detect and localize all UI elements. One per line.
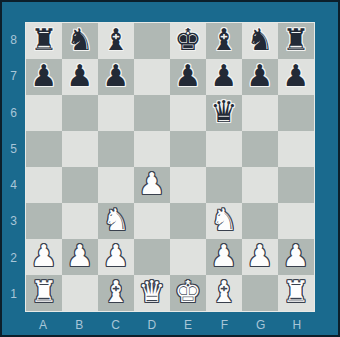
file-labels: ABCDEFGH <box>25 315 315 335</box>
square-h3[interactable] <box>278 203 314 239</box>
square-g2[interactable]: ♟ <box>242 239 278 275</box>
file-label-b: B <box>61 315 97 335</box>
square-a3[interactable] <box>26 203 62 239</box>
square-e4[interactable] <box>170 167 206 203</box>
rank-label-5: 5 <box>2 131 25 167</box>
square-h8[interactable]: ♜ <box>278 23 314 59</box>
square-f6[interactable]: ♛ <box>206 95 242 131</box>
square-g5[interactable] <box>242 131 278 167</box>
piece-black-pawn[interactable]: ♟ <box>283 61 310 91</box>
square-h5[interactable] <box>278 131 314 167</box>
square-b5[interactable] <box>62 131 98 167</box>
square-f4[interactable] <box>206 167 242 203</box>
rank-label-7: 7 <box>2 58 25 94</box>
square-b7[interactable]: ♟ <box>62 59 98 95</box>
piece-black-pawn[interactable]: ♟ <box>103 61 130 91</box>
square-a2[interactable]: ♟ <box>26 239 62 275</box>
rank-label-8: 8 <box>2 22 25 58</box>
file-label-d: D <box>134 315 170 335</box>
square-a6[interactable] <box>26 95 62 131</box>
square-h7[interactable]: ♟ <box>278 59 314 95</box>
piece-white-pawn[interactable]: ♟ <box>283 241 310 271</box>
square-a8[interactable]: ♜ <box>26 23 62 59</box>
rank-label-3: 3 <box>2 203 25 239</box>
square-a4[interactable] <box>26 167 62 203</box>
square-b3[interactable] <box>62 203 98 239</box>
square-a5[interactable] <box>26 131 62 167</box>
piece-white-bishop[interactable]: ♝ <box>103 277 130 307</box>
square-e8[interactable]: ♚ <box>170 23 206 59</box>
piece-black-rook[interactable]: ♜ <box>283 25 310 55</box>
square-b1[interactable] <box>62 275 98 311</box>
square-c5[interactable] <box>98 131 134 167</box>
square-g3[interactable] <box>242 203 278 239</box>
square-d2[interactable] <box>134 239 170 275</box>
square-f2[interactable]: ♟ <box>206 239 242 275</box>
square-d6[interactable] <box>134 95 170 131</box>
piece-black-pawn[interactable]: ♟ <box>67 61 94 91</box>
file-label-a: A <box>25 315 61 335</box>
square-e6[interactable] <box>170 95 206 131</box>
square-d1[interactable]: ♛ <box>134 275 170 311</box>
piece-white-king[interactable]: ♚ <box>175 277 202 307</box>
square-e7[interactable]: ♟ <box>170 59 206 95</box>
square-d3[interactable] <box>134 203 170 239</box>
file-label-e: E <box>170 315 206 335</box>
square-a1[interactable]: ♜ <box>26 275 62 311</box>
rank-label-1: 1 <box>2 276 25 312</box>
square-b8[interactable]: ♞ <box>62 23 98 59</box>
square-c7[interactable]: ♟ <box>98 59 134 95</box>
square-f8[interactable]: ♝ <box>206 23 242 59</box>
chess-app-window: 87654321 ♜♞♝♚♝♞♜♟♟♟♟♟♟♟♛♟♞♞♟♟♟♟♟♟♜♝♛♚♝♜ … <box>0 0 340 337</box>
square-h6[interactable] <box>278 95 314 131</box>
piece-black-pawn[interactable]: ♟ <box>175 61 202 91</box>
rank-labels: 87654321 <box>2 22 25 312</box>
square-f5[interactable] <box>206 131 242 167</box>
piece-white-rook[interactable]: ♜ <box>31 277 58 307</box>
piece-white-pawn[interactable]: ♟ <box>247 241 274 271</box>
square-b2[interactable]: ♟ <box>62 239 98 275</box>
square-e5[interactable] <box>170 131 206 167</box>
square-e1[interactable]: ♚ <box>170 275 206 311</box>
piece-white-pawn[interactable]: ♟ <box>139 169 166 199</box>
square-g7[interactable]: ♟ <box>242 59 278 95</box>
piece-black-pawn[interactable]: ♟ <box>247 61 274 91</box>
square-g4[interactable] <box>242 167 278 203</box>
piece-white-knight[interactable]: ♞ <box>211 205 238 235</box>
square-c2[interactable]: ♟ <box>98 239 134 275</box>
chess-board: ♜♞♝♚♝♞♜♟♟♟♟♟♟♟♛♟♞♞♟♟♟♟♟♟♜♝♛♚♝♜ <box>25 22 315 312</box>
square-b4[interactable] <box>62 167 98 203</box>
square-e2[interactable] <box>170 239 206 275</box>
piece-black-queen[interactable]: ♛ <box>211 97 238 127</box>
square-d4[interactable]: ♟ <box>134 167 170 203</box>
square-c8[interactable]: ♝ <box>98 23 134 59</box>
piece-white-pawn[interactable]: ♟ <box>103 241 130 271</box>
file-label-g: G <box>243 315 279 335</box>
piece-white-pawn[interactable]: ♟ <box>211 241 238 271</box>
square-e3[interactable] <box>170 203 206 239</box>
piece-white-pawn[interactable]: ♟ <box>31 241 58 271</box>
square-h4[interactable] <box>278 167 314 203</box>
file-label-f: F <box>206 315 242 335</box>
square-d8[interactable] <box>134 23 170 59</box>
piece-black-king[interactable]: ♚ <box>175 25 202 55</box>
piece-white-pawn[interactable]: ♟ <box>67 241 94 271</box>
square-g1[interactable] <box>242 275 278 311</box>
square-b6[interactable] <box>62 95 98 131</box>
square-f7[interactable]: ♟ <box>206 59 242 95</box>
square-a7[interactable]: ♟ <box>26 59 62 95</box>
file-label-h: H <box>279 315 315 335</box>
piece-black-knight[interactable]: ♞ <box>67 25 94 55</box>
square-c4[interactable] <box>98 167 134 203</box>
square-h1[interactable]: ♜ <box>278 275 314 311</box>
file-label-c: C <box>98 315 134 335</box>
piece-white-bishop[interactable]: ♝ <box>211 277 238 307</box>
piece-white-rook[interactable]: ♜ <box>283 277 310 307</box>
piece-black-bishop[interactable]: ♝ <box>211 25 238 55</box>
square-g6[interactable] <box>242 95 278 131</box>
piece-black-knight[interactable]: ♞ <box>247 25 274 55</box>
rank-label-4: 4 <box>2 167 25 203</box>
square-h2[interactable]: ♟ <box>278 239 314 275</box>
square-c1[interactable]: ♝ <box>98 275 134 311</box>
piece-black-rook[interactable]: ♜ <box>31 25 58 55</box>
square-g8[interactable]: ♞ <box>242 23 278 59</box>
square-d5[interactable] <box>134 131 170 167</box>
piece-white-knight[interactable]: ♞ <box>103 205 130 235</box>
piece-white-queen[interactable]: ♛ <box>139 277 166 307</box>
piece-black-pawn[interactable]: ♟ <box>31 61 58 91</box>
square-c3[interactable]: ♞ <box>98 203 134 239</box>
square-f3[interactable]: ♞ <box>206 203 242 239</box>
rank-label-2: 2 <box>2 240 25 276</box>
square-c6[interactable] <box>98 95 134 131</box>
piece-black-pawn[interactable]: ♟ <box>211 61 238 91</box>
square-d7[interactable] <box>134 59 170 95</box>
square-f1[interactable]: ♝ <box>206 275 242 311</box>
rank-label-6: 6 <box>2 95 25 131</box>
piece-black-bishop[interactable]: ♝ <box>103 25 130 55</box>
